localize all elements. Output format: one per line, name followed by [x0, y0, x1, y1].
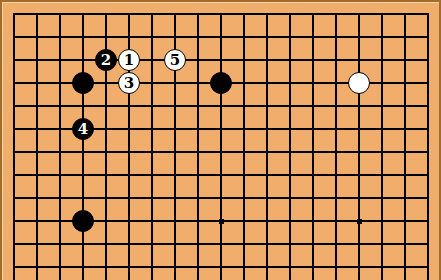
black-stone-e17: 2: [95, 49, 117, 71]
grid-line-horizontal: [13, 59, 429, 61]
grid-line-vertical: [404, 13, 406, 280]
grid-line-vertical: [220, 13, 222, 280]
go-board-diagram: 12345: [0, 0, 441, 280]
grid-line-horizontal: [13, 197, 429, 199]
black-stone-d14: 4: [72, 118, 94, 140]
grid-line-vertical: [312, 13, 314, 280]
grid-line-vertical: [151, 13, 153, 280]
move-number-label: 4: [78, 122, 88, 137]
grid-line-vertical: [243, 13, 245, 280]
grid-line-horizontal: [13, 13, 429, 15]
move-number-label: 1: [124, 53, 134, 68]
grid-line-vertical: [335, 13, 337, 280]
grid-line-vertical: [13, 13, 15, 280]
move-number-label: 2: [101, 53, 111, 68]
grid-line-horizontal: [13, 151, 429, 153]
grid-line-vertical: [427, 13, 429, 280]
grid-line-vertical: [197, 13, 199, 280]
white-stone-q16: [348, 72, 370, 94]
star-point: [357, 219, 362, 224]
grid-line-horizontal: [13, 105, 429, 107]
black-stone-d10: [72, 210, 94, 232]
grid-line-vertical: [82, 13, 84, 280]
grid-line-vertical: [59, 13, 61, 280]
white-stone-f16: 3: [118, 72, 140, 94]
grid-line-vertical: [358, 13, 360, 280]
black-stone-d16: [72, 72, 94, 94]
white-stone-h17: 5: [164, 49, 186, 71]
grid-line-vertical: [289, 13, 291, 280]
grid-line-horizontal: [13, 243, 429, 245]
star-point: [219, 219, 224, 224]
move-number-label: 3: [124, 76, 134, 91]
grid-line-vertical: [36, 13, 38, 280]
move-number-label: 5: [170, 53, 180, 68]
white-stone-f17: 1: [118, 49, 140, 71]
grid-line-horizontal: [13, 266, 429, 268]
grid-line-vertical: [381, 13, 383, 280]
black-stone-k16: [210, 72, 232, 94]
grid-line-horizontal: [13, 174, 429, 176]
grid-line-horizontal: [13, 36, 429, 38]
grid-line-vertical: [266, 13, 268, 280]
